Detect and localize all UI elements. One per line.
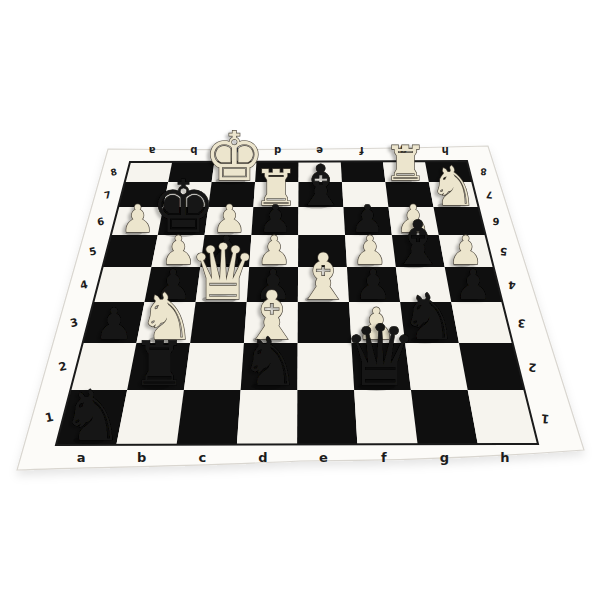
file-label-top-b: b xyxy=(190,145,197,156)
piece-black-knight-a1[interactable]: ♞ xyxy=(61,375,124,457)
file-label-bottom-h: h xyxy=(500,450,509,465)
piece-black-pawn-h4[interactable]: ♟ xyxy=(454,260,491,309)
piece-black-bishop-g5[interactable]: ♝ xyxy=(390,207,445,278)
chessboard-photo-scene: abcdefghabcdefgh1234567812345678♚♜♜♞♝♟♟♟… xyxy=(0,0,600,600)
file-label-bottom-b: b xyxy=(137,450,146,465)
rank-label-right-3: 3 xyxy=(517,316,526,330)
piece-black-bishop-e7[interactable]: ♝ xyxy=(295,152,346,218)
piece-black-queen-f2[interactable]: ♛ xyxy=(343,307,419,405)
rank-label-right-6: 6 xyxy=(492,216,500,228)
rank-label-right-1: 1 xyxy=(540,411,550,426)
file-label-bottom-d: d xyxy=(258,450,267,465)
chessboard-svg: abcdefghabcdefgh1234567812345678♚♜♜♞♝♟♟♟… xyxy=(0,0,600,600)
rank-label-right-8: 8 xyxy=(480,166,487,178)
file-label-top-a: a xyxy=(149,145,156,156)
file-label-bottom-e: e xyxy=(319,450,328,465)
rank-label-right-7: 7 xyxy=(486,189,494,201)
piece-white-rook-g8[interactable]: ♜ xyxy=(384,136,427,191)
file-label-bottom-c: c xyxy=(198,450,206,465)
piece-white-bishop-e4[interactable]: ♝ xyxy=(294,240,351,314)
file-label-bottom-g: g xyxy=(440,450,449,465)
rank-label-right-5: 5 xyxy=(499,246,507,259)
square-f8[interactable] xyxy=(341,161,386,182)
file-label-top-f: f xyxy=(359,145,364,156)
file-label-top-d: d xyxy=(274,145,281,156)
piece-black-knight-d2[interactable]: ♞ xyxy=(240,323,300,401)
piece-white-pawn-a6[interactable]: ♟ xyxy=(120,197,154,241)
piece-black-rook-b2[interactable]: ♜ xyxy=(132,328,187,400)
piece-black-pawn-a3[interactable]: ♟ xyxy=(95,299,134,349)
rank-label-right-2: 2 xyxy=(528,360,537,375)
square-g1[interactable] xyxy=(411,390,478,445)
file-label-bottom-f: f xyxy=(381,450,387,465)
